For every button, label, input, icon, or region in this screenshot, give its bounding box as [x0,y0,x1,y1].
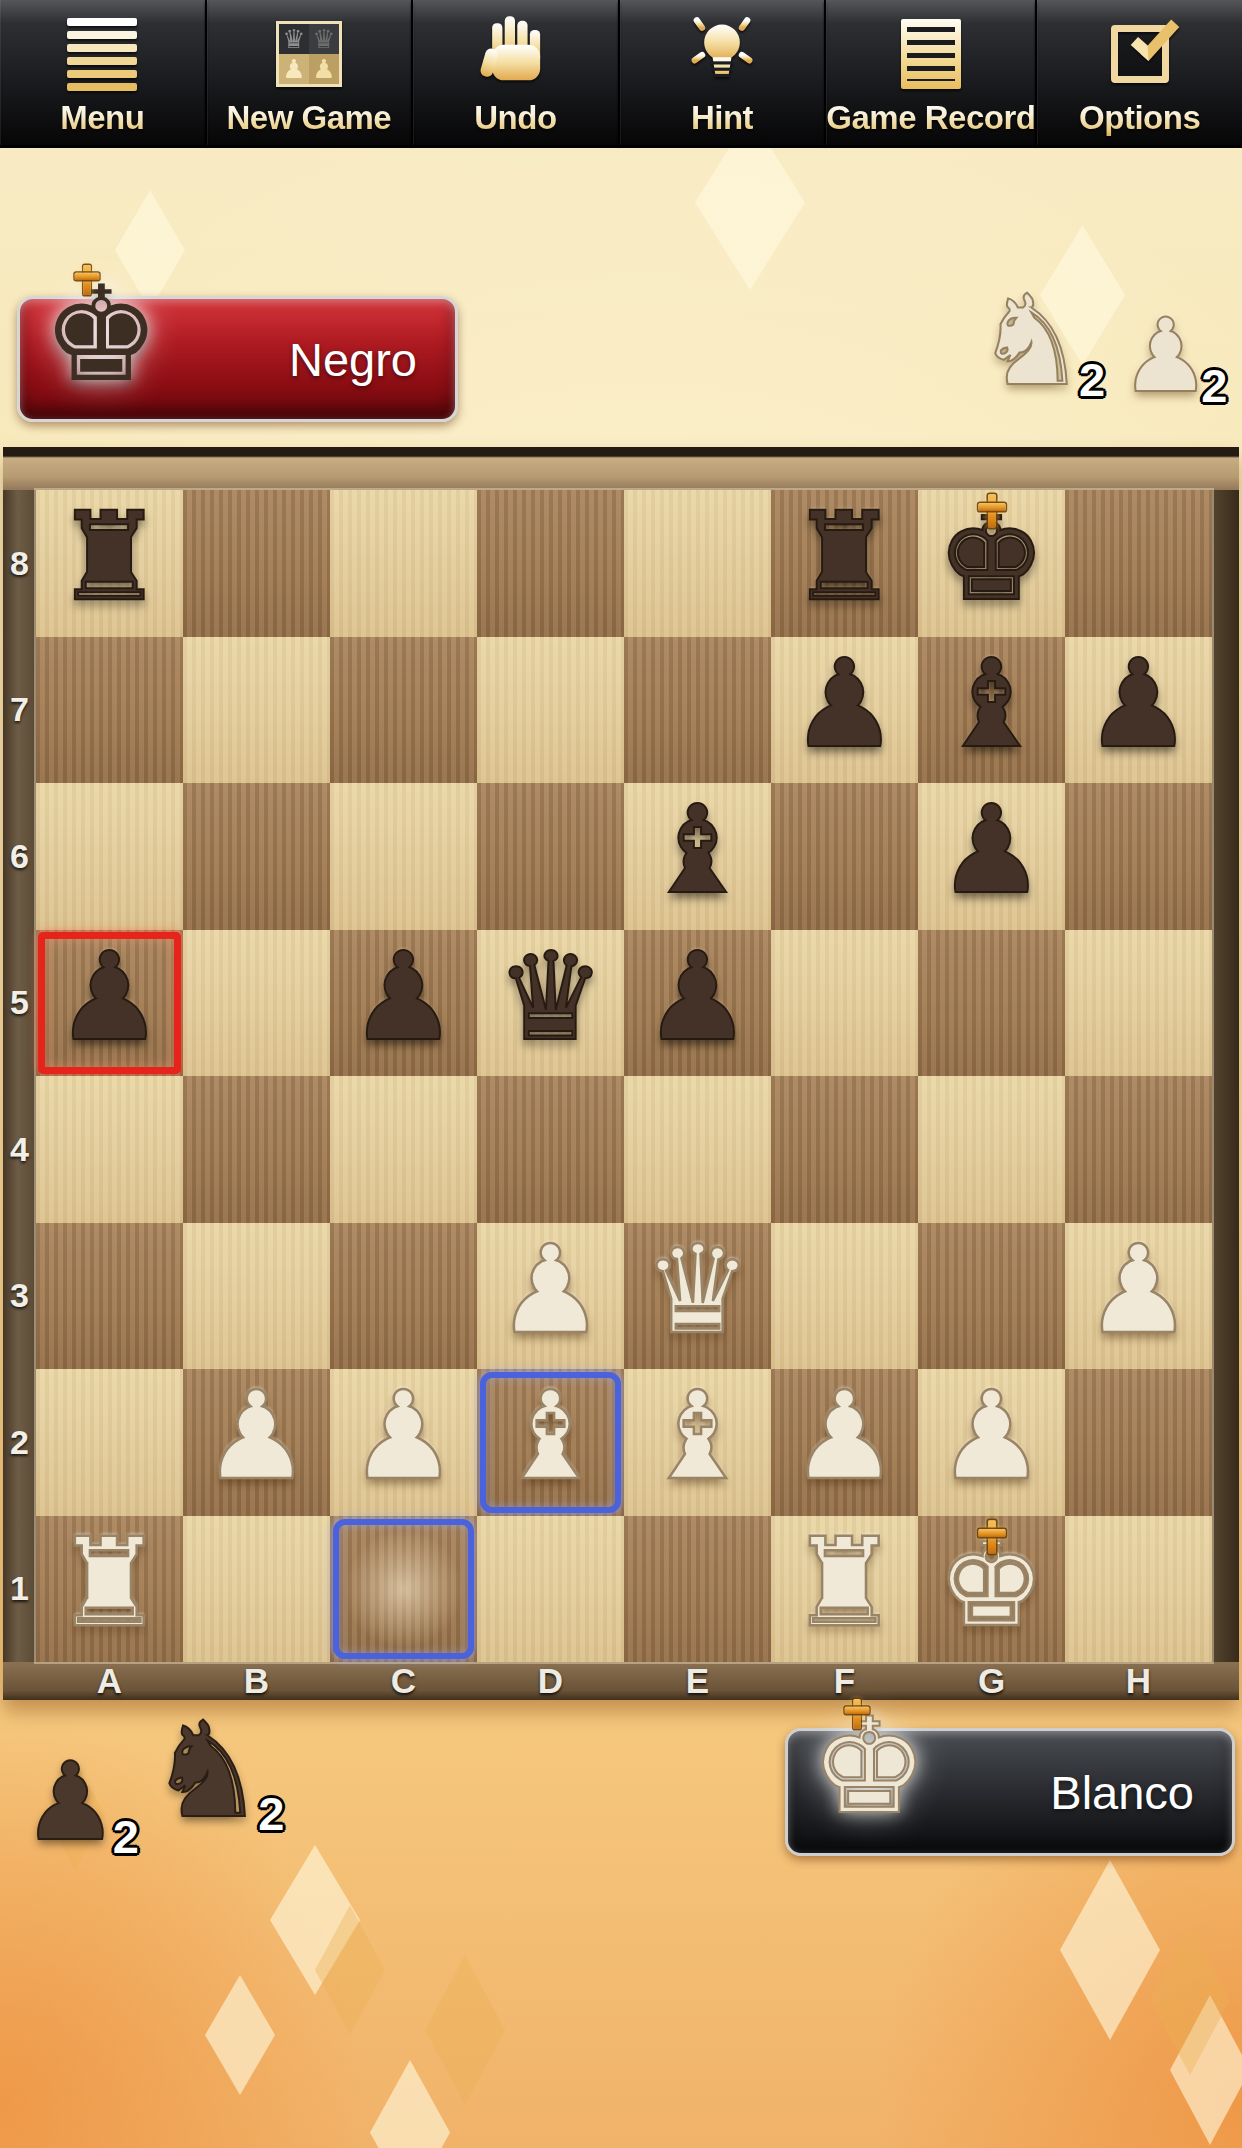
black-pawn[interactable]: ♟ [55,936,164,1058]
square-h2[interactable] [1065,1369,1212,1516]
square-d8[interactable] [477,490,624,637]
white-pawn[interactable]: ♟ [349,1375,458,1497]
white-bishop[interactable]: ♝ [643,1375,752,1497]
black-pawn[interactable]: ♟ [790,643,899,765]
square-g4[interactable] [918,1076,1065,1223]
undo-button[interactable]: Undo [413,0,620,145]
black-queen[interactable]: ♛ [496,936,605,1058]
square-e4[interactable] [624,1076,771,1223]
menu-button[interactable]: Menu [0,0,207,145]
square-d1[interactable] [477,1516,624,1663]
rank-label-8: 8 [3,490,36,637]
white-pawn[interactable]: ♟ [202,1375,311,1497]
square-d3[interactable]: ♟ [477,1223,624,1370]
square-d7[interactable] [477,637,624,784]
black-king[interactable]: ♚ [937,496,1046,618]
rank-label-2: 2 [3,1369,36,1516]
new-game-icon: ♛♛♟♟ [276,10,342,98]
square-c2[interactable]: ♟ [330,1369,477,1516]
file-label-e: E [624,1662,771,1700]
white-pawn[interactable]: ♟ [790,1375,899,1497]
square-f3[interactable] [771,1223,918,1370]
square-a8[interactable]: ♜ [36,490,183,637]
undo-hand-icon [475,10,555,98]
square-c4[interactable] [330,1076,477,1223]
black-player-badge: ♚ Negro [17,296,458,422]
white-player-name: Blanco [1050,1765,1194,1820]
file-label-a: A [36,1662,183,1700]
square-f6[interactable] [771,783,918,930]
black-pawn[interactable]: ♟ [643,936,752,1058]
chess-app-screen: Menu ♛♛♟♟ New Game [0,0,1242,2148]
square-b7[interactable] [183,637,330,784]
rank-label-1: 1 [3,1516,36,1663]
square-d2[interactable]: ♝ [477,1369,624,1516]
black-pawn[interactable]: ♟ [937,789,1046,911]
game-record-button[interactable]: Game Record [826,0,1037,145]
square-a6[interactable] [36,783,183,930]
captured-count: 2 [113,1809,139,1864]
toolbar: Menu ♛♛♟♟ New Game [0,0,1242,148]
square-h4[interactable] [1065,1076,1212,1223]
square-g2[interactable]: ♟ [918,1369,1065,1516]
captured-count: 2 [1201,358,1227,413]
square-g6[interactable]: ♟ [918,783,1065,930]
square-c6[interactable] [330,783,477,930]
square-e1[interactable] [624,1516,771,1663]
white-bishop[interactable]: ♝ [496,1375,605,1497]
rank-label-6: 6 [3,783,36,930]
black-pawn[interactable]: ♟ [349,936,458,1058]
square-e7[interactable] [624,637,771,784]
square-a3[interactable] [36,1223,183,1370]
options-button[interactable]: Options [1037,0,1242,145]
rank-label-3: 3 [3,1223,36,1370]
square-b5[interactable] [183,930,330,1077]
file-label-d: D [477,1662,624,1700]
menu-icon [67,10,137,98]
new-game-button-label: New Game [226,99,391,137]
hint-button[interactable]: Hint [620,0,827,145]
square-e8[interactable] [624,490,771,637]
white-player-badge: ♚ Blanco [785,1728,1235,1856]
white-pawn-icon: ♟ [1120,305,1211,407]
square-c5[interactable]: ♟ [330,930,477,1077]
square-a2[interactable] [36,1369,183,1516]
black-king-icon: ♚ [42,269,160,401]
background-diamond [425,1955,505,2105]
square-a5[interactable]: ♟ [36,930,183,1077]
square-h8[interactable] [1065,490,1212,637]
square-e2[interactable]: ♝ [624,1369,771,1516]
white-king-icon: ♚ [810,1701,928,1833]
square-a7[interactable] [36,637,183,784]
file-label-c: C [330,1662,477,1700]
square-h6[interactable] [1065,783,1212,930]
square-f1[interactable]: ♜ [771,1516,918,1663]
black-bishop[interactable]: ♝ [643,789,752,911]
chess-board: ♜♜♚♟♝♟♝♟♟♟♛♟♟♛♟♟♟♝♝♟♟♜♜♚ 87654321 ABCDEF… [3,447,1239,1700]
rank-labels: 87654321 [3,490,36,1662]
white-queen[interactable]: ♛ [643,1229,752,1351]
captured-white-pawn: ♟ 2 [1120,305,1211,407]
black-pawn[interactable]: ♟ [1084,643,1193,765]
square-g5[interactable] [918,930,1065,1077]
menu-button-label: Menu [60,99,144,137]
square-e5[interactable]: ♟ [624,930,771,1077]
file-labels: ABCDEFGH [36,1662,1212,1700]
game-record-icon [901,10,961,98]
square-c8[interactable] [330,490,477,637]
white-king[interactable]: ♚ [937,1522,1046,1644]
captured-black-pawn: ♟ 2 [22,1748,119,1856]
rank-label-7: 7 [3,637,36,784]
square-f2[interactable]: ♟ [771,1369,918,1516]
game-record-button-label: Game Record [826,99,1035,137]
square-d6[interactable] [477,783,624,930]
square-b4[interactable] [183,1076,330,1223]
black-rook[interactable]: ♜ [790,496,899,618]
captured-count: 2 [258,1786,284,1841]
new-game-button[interactable]: ♛♛♟♟ New Game [207,0,414,145]
undo-button-label: Undo [474,99,556,137]
square-b6[interactable] [183,783,330,930]
white-pawn[interactable]: ♟ [1084,1229,1193,1351]
square-d5[interactable]: ♛ [477,930,624,1077]
background-diamond [205,1975,275,2095]
white-pawn[interactable]: ♟ [937,1375,1046,1497]
black-pawn-icon: ♟ [22,1748,119,1856]
hint-bulb-icon [680,10,764,98]
background-diamond [1060,1860,1160,2040]
square-b8[interactable] [183,490,330,637]
options-button-label: Options [1079,99,1200,137]
black-player-name: Negro [289,332,417,387]
square-f7[interactable]: ♟ [771,637,918,784]
captured-black-knight: ♞ 2 [148,1705,266,1837]
square-c1[interactable] [330,1516,477,1663]
square-d4[interactable] [477,1076,624,1223]
square-g1[interactable]: ♚ [918,1516,1065,1663]
square-c7[interactable] [330,637,477,784]
board-squares: ♜♜♚♟♝♟♝♟♟♟♛♟♟♛♟♟♟♝♝♟♟♜♜♚ [36,490,1212,1662]
options-checkbox-icon [1111,10,1169,98]
square-h3[interactable]: ♟ [1065,1223,1212,1370]
square-b3[interactable] [183,1223,330,1370]
square-a4[interactable] [36,1076,183,1223]
file-label-g: G [918,1662,1065,1700]
square-g8[interactable]: ♚ [918,490,1065,637]
square-f4[interactable] [771,1076,918,1223]
rank-label-5: 5 [3,930,36,1077]
board-border-right [1212,490,1239,1662]
square-h7[interactable]: ♟ [1065,637,1212,784]
square-c3[interactable] [330,1223,477,1370]
board-border-top [3,447,1239,490]
square-e6[interactable]: ♝ [624,783,771,930]
square-g3[interactable] [918,1223,1065,1370]
file-label-b: B [183,1662,330,1700]
white-rook[interactable]: ♜ [55,1522,164,1644]
square-f8[interactable]: ♜ [771,490,918,637]
hint-button-label: Hint [691,99,753,137]
background-diamond [370,2060,450,2148]
square-a1[interactable]: ♜ [36,1516,183,1663]
square-b2[interactable]: ♟ [183,1369,330,1516]
square-h1[interactable] [1065,1516,1212,1663]
black-bishop[interactable]: ♝ [937,643,1046,765]
white-rook[interactable]: ♜ [790,1522,899,1644]
rank-label-4: 4 [3,1076,36,1223]
white-knight-icon: ♞ [975,278,1087,403]
square-h5[interactable] [1065,930,1212,1077]
captured-count: 2 [1079,352,1105,407]
square-b1[interactable] [183,1516,330,1663]
square-f5[interactable] [771,930,918,1077]
file-label-h: H [1065,1662,1212,1700]
black-rook[interactable]: ♜ [55,496,164,618]
white-pawn[interactable]: ♟ [496,1229,605,1351]
captured-white-knight: ♞ 2 [975,278,1087,403]
square-g7[interactable]: ♝ [918,637,1065,784]
black-knight-icon: ♞ [148,1705,266,1837]
square-e3[interactable]: ♛ [624,1223,771,1370]
